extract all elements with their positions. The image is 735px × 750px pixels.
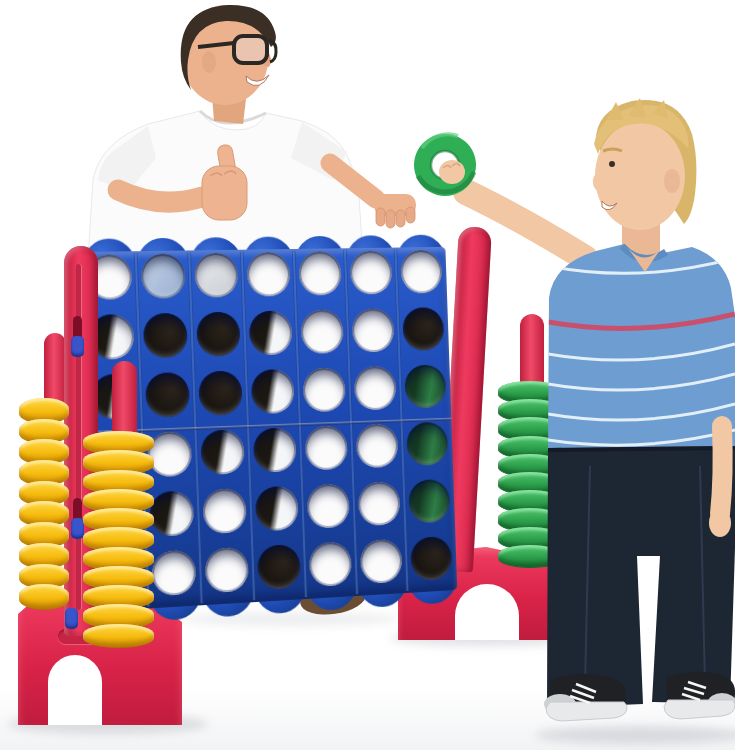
left-base-arch (48, 655, 102, 725)
board-hole-empty (198, 370, 243, 416)
board-hole-empty (196, 312, 241, 357)
board-hole-empty (303, 367, 346, 412)
board-hole-empty (300, 309, 343, 354)
board-hole-empty (247, 252, 291, 297)
boy-ear (664, 169, 680, 193)
boy-hand-in-ring (439, 160, 465, 184)
board-hole-empty (257, 544, 301, 590)
board-cell-r5c5 (302, 480, 355, 541)
board-cell-r3c6 (349, 363, 402, 422)
man-ear (202, 51, 216, 73)
boy-eye (609, 161, 615, 167)
board-cell-r3c2 (140, 369, 195, 430)
storage-post-back-left (44, 333, 66, 408)
board-hole-empty (249, 310, 293, 355)
board-cell-r6c3 (200, 543, 255, 605)
board-cell-r2c5 (296, 306, 349, 365)
board-cell-r6c2 (146, 546, 201, 608)
blue-clip (71, 336, 84, 357)
man-head (181, 5, 276, 124)
board-hole-empty (143, 313, 188, 359)
board-cell-r5c3 (197, 485, 252, 546)
board-cell-r2c6 (347, 305, 400, 364)
boy-sneaker-left (544, 674, 627, 721)
board-hole-empty (255, 486, 299, 532)
board-cell-r6c5 (304, 538, 357, 599)
board-hole-empty (356, 423, 399, 468)
boy-raised-arm (466, 192, 585, 258)
board-hole-empty (309, 541, 352, 587)
board-cell-r4c4 (248, 424, 302, 485)
yellow-ring-stack-back (19, 398, 69, 610)
yellow-ring-stack-front (83, 431, 154, 648)
board-cell-r4c5 (300, 422, 353, 482)
board-hole-empty (251, 369, 295, 414)
board-cell-r3c3 (193, 367, 248, 428)
board-cell-r1c2 (136, 250, 192, 310)
yellow-ring (83, 624, 154, 648)
boy-sneaker-right (664, 672, 735, 719)
board-hole-empty (350, 251, 393, 295)
board-cell-r4c3 (195, 426, 250, 487)
board-hole-empty (360, 539, 403, 585)
boy-jeans (547, 446, 735, 708)
board-cell-r6c4 (252, 541, 306, 602)
board-cell-r1c5 (294, 248, 347, 307)
man-left-forearm (118, 190, 202, 202)
floor-shadow-board (180, 612, 400, 626)
board-cell-r2c3 (191, 309, 246, 369)
man-figure (60, 0, 410, 260)
board-hole-empty (202, 488, 247, 534)
board-hole-empty (253, 427, 297, 473)
board-hole-empty (205, 547, 250, 594)
board-cell-r4c6 (351, 420, 403, 480)
board-cell-r1c6 (345, 248, 398, 307)
board-cell-r1c3 (189, 250, 244, 310)
blue-clip (65, 608, 78, 629)
storage-post-front-left (112, 361, 137, 441)
board-cell-r1c4 (242, 249, 296, 309)
boy-shirt (548, 244, 735, 448)
board-hole-empty (145, 372, 190, 418)
board-hole-empty (200, 429, 245, 475)
product-photo-scene (0, 0, 735, 750)
board-hole-empty (141, 253, 186, 298)
board-cell-r5c4 (250, 482, 304, 543)
board-cell-r3c4 (246, 366, 300, 426)
board-hole-empty (151, 549, 196, 596)
board-hole-empty (149, 490, 194, 537)
board-hole-empty (358, 481, 401, 526)
boy-figure (400, 86, 735, 750)
yellow-ring (19, 584, 69, 610)
board-hole-empty (354, 366, 397, 411)
boy-head (593, 98, 697, 256)
board-cell-r3c5 (298, 364, 351, 424)
board-cell-r5c6 (353, 478, 405, 538)
board-cell-r2c2 (138, 310, 193, 371)
board-hole-empty (352, 308, 395, 352)
board-hole-empty (298, 251, 341, 295)
board-hole-empty (194, 253, 239, 298)
board-cell-r2c4 (244, 307, 298, 367)
board-hole-empty (305, 425, 348, 470)
board-hole-empty (307, 483, 350, 529)
